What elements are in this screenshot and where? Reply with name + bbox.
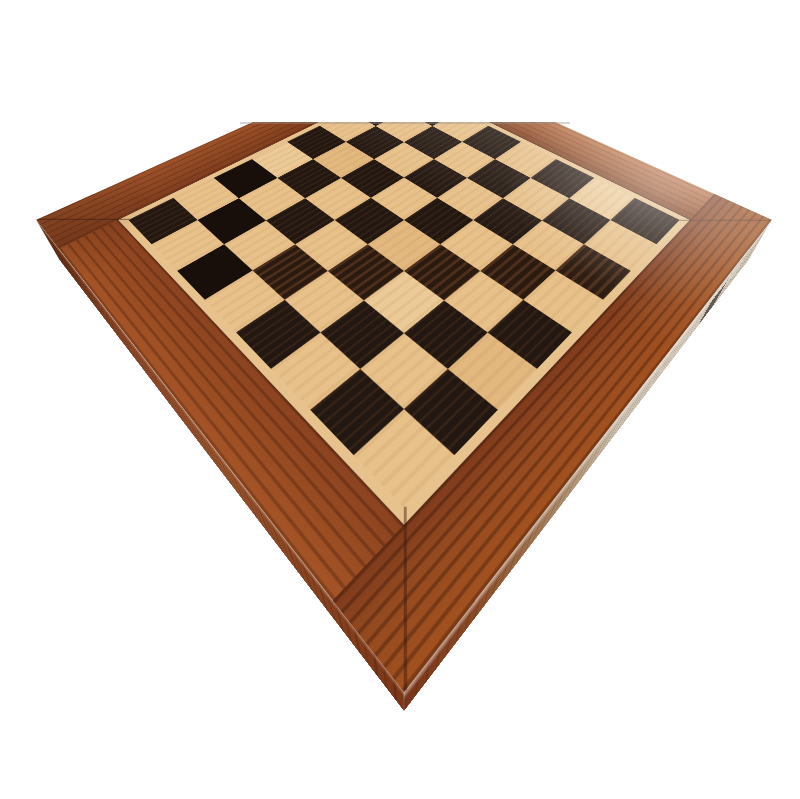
product-photo bbox=[0, 0, 800, 799]
photo-crop-area bbox=[0, 122, 800, 799]
photo-crop-line bbox=[240, 122, 570, 124]
board-3d-scene bbox=[0, 122, 800, 799]
chess-board bbox=[36, 122, 771, 693]
